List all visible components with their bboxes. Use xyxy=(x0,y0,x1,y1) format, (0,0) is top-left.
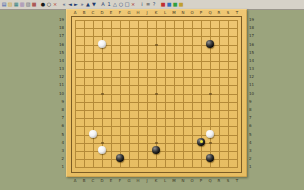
tool-green-icon[interactable]: ■ xyxy=(173,0,178,8)
row-label-left: 14 xyxy=(54,59,64,63)
column-label-bottom: K xyxy=(153,179,159,183)
column-label-top: Q xyxy=(207,11,213,15)
black-stone-Q2[interactable] xyxy=(206,154,214,162)
column-label-bottom: M xyxy=(171,179,177,183)
go-board[interactable] xyxy=(66,9,247,177)
column-label-bottom: T xyxy=(234,179,240,183)
row-label-left: 7 xyxy=(54,116,64,120)
grid-line-vertical xyxy=(165,20,166,168)
first-move-icon[interactable]: « xyxy=(62,0,67,8)
star-point xyxy=(155,44,157,46)
grid-line-horizontal xyxy=(75,126,238,127)
row-label-left: 17 xyxy=(54,34,64,38)
up-variation-icon[interactable]: ▲ xyxy=(86,0,91,8)
star-point xyxy=(155,93,157,95)
column-label-bottom: O xyxy=(189,179,195,183)
column-label-bottom: Q xyxy=(207,179,213,183)
row-label-left: 3 xyxy=(54,149,64,153)
column-label-top: S xyxy=(225,11,231,15)
star-point xyxy=(209,93,211,95)
white-stone-Q5[interactable] xyxy=(206,130,214,138)
column-label-top: G xyxy=(126,11,132,15)
row-label-left: 10 xyxy=(54,92,64,96)
column-label-top: M xyxy=(171,11,177,15)
star-point xyxy=(101,93,103,95)
options-icon[interactable]: ≡ xyxy=(146,0,151,8)
grid-line-vertical xyxy=(228,20,229,168)
black-stone-F2[interactable] xyxy=(116,154,124,162)
row-label-right: 12 xyxy=(249,75,259,79)
print-icon[interactable]: ▧ xyxy=(26,0,31,8)
column-label-bottom: D xyxy=(99,179,105,183)
column-label-top: A xyxy=(72,11,78,15)
go-editor-window: ▤▨▦▥▧▩●○×«◄►»▲▼A1△○□×i≡?■■■■ AABBCCDDEEF… xyxy=(0,0,304,190)
column-label-top: F xyxy=(117,11,123,15)
row-label-right: 19 xyxy=(249,18,259,22)
column-label-bottom: E xyxy=(108,179,114,183)
last-move-marker xyxy=(200,140,203,143)
mark-letter-icon[interactable]: A xyxy=(101,0,106,8)
row-label-left: 11 xyxy=(54,83,64,87)
row-label-right: 4 xyxy=(249,141,259,145)
last-move-icon[interactable]: » xyxy=(80,0,85,8)
row-label-left: 19 xyxy=(54,18,64,22)
row-label-right: 10 xyxy=(249,92,259,96)
grid-line-vertical xyxy=(174,20,175,168)
column-label-bottom: R xyxy=(216,179,222,183)
grid-line-vertical xyxy=(237,20,238,168)
black-stone-Q16[interactable] xyxy=(206,40,214,48)
column-label-top: B xyxy=(81,11,87,15)
column-label-bottom: N xyxy=(180,179,186,183)
row-label-right: 6 xyxy=(249,124,259,128)
column-label-top: C xyxy=(90,11,96,15)
column-label-bottom: J xyxy=(144,179,150,183)
remove-stone-icon[interactable]: × xyxy=(53,0,58,8)
mark-triangle-icon[interactable]: △ xyxy=(113,0,118,8)
down-variation-icon[interactable]: ▼ xyxy=(92,0,97,8)
grid-line-vertical xyxy=(192,20,193,168)
column-label-bottom: G xyxy=(126,179,132,183)
row-label-right: 8 xyxy=(249,108,259,112)
column-label-top: P xyxy=(198,11,204,15)
toolbar-group: ●○× xyxy=(40,0,58,10)
open-file-icon[interactable]: ▨ xyxy=(8,0,13,8)
row-label-right: 9 xyxy=(249,100,259,104)
white-stone-D16[interactable] xyxy=(98,40,106,48)
column-label-bottom: C xyxy=(90,179,96,183)
column-label-bottom: A xyxy=(72,179,78,183)
row-label-left: 4 xyxy=(54,141,64,145)
add-black-stone-icon[interactable]: ● xyxy=(41,0,46,8)
grid-line-vertical xyxy=(201,20,202,168)
delete-icon[interactable]: ▩ xyxy=(32,0,37,8)
column-label-top: E xyxy=(108,11,114,15)
column-label-top: D xyxy=(99,11,105,15)
column-label-bottom: P xyxy=(198,179,204,183)
grid-line-vertical xyxy=(219,20,220,168)
mark-number-icon[interactable]: 1 xyxy=(107,0,112,8)
row-label-left: 8 xyxy=(54,108,64,112)
help-icon[interactable]: ? xyxy=(152,0,157,8)
white-stone-C5[interactable] xyxy=(89,130,97,138)
mark-square-icon[interactable]: □ xyxy=(125,0,130,8)
row-label-left: 5 xyxy=(54,133,64,137)
column-label-bottom: H xyxy=(135,179,141,183)
row-label-left: 18 xyxy=(54,26,64,30)
row-label-left: 13 xyxy=(54,67,64,71)
grid-line-horizontal xyxy=(75,102,238,103)
copy-icon[interactable]: ▥ xyxy=(20,0,25,8)
row-label-right: 18 xyxy=(249,26,259,30)
tool-red-icon[interactable]: ■ xyxy=(161,0,166,8)
row-label-right: 5 xyxy=(249,133,259,137)
column-label-bottom: F xyxy=(117,179,123,183)
new-file-icon[interactable]: ▤ xyxy=(2,0,7,8)
grid-line-horizontal xyxy=(75,118,238,119)
grid-line-horizontal xyxy=(75,110,238,111)
row-label-right: 14 xyxy=(249,59,259,63)
column-label-top: N xyxy=(180,11,186,15)
add-white-stone-icon[interactable]: ○ xyxy=(47,0,52,8)
tool-yellow-icon[interactable]: ■ xyxy=(179,0,184,8)
column-label-top: J xyxy=(144,11,150,15)
row-label-right: 1 xyxy=(249,165,259,169)
column-label-top: O xyxy=(189,11,195,15)
tool-blue-icon[interactable]: ■ xyxy=(167,0,172,8)
column-label-top: T xyxy=(234,11,240,15)
row-label-right: 2 xyxy=(249,157,259,161)
white-stone-D3[interactable] xyxy=(98,146,106,154)
toolbar-group: ▤▨▦▥▧▩ xyxy=(1,0,37,10)
column-label-top: R xyxy=(216,11,222,15)
column-label-bottom: L xyxy=(162,179,168,183)
info-icon[interactable]: i xyxy=(140,0,145,8)
column-label-bottom: S xyxy=(225,179,231,183)
row-label-left: 15 xyxy=(54,51,64,55)
column-label-bottom: B xyxy=(81,179,87,183)
grid-line-vertical xyxy=(183,20,184,168)
column-label-top: H xyxy=(135,11,141,15)
black-stone-O4[interactable] xyxy=(197,138,205,146)
row-label-left: 9 xyxy=(54,100,64,104)
row-label-right: 15 xyxy=(249,51,259,55)
column-label-top: L xyxy=(162,11,168,15)
row-label-right: 7 xyxy=(249,116,259,120)
row-label-left: 16 xyxy=(54,43,64,47)
save-file-icon[interactable]: ▦ xyxy=(14,0,19,8)
row-label-right: 3 xyxy=(249,149,259,153)
row-label-right: 13 xyxy=(249,67,259,71)
grid-line-horizontal xyxy=(75,167,238,168)
mark-cross-icon[interactable]: × xyxy=(131,0,136,8)
row-label-left: 1 xyxy=(54,165,64,169)
row-label-right: 17 xyxy=(249,34,259,38)
mark-circle-icon[interactable]: ○ xyxy=(119,0,124,8)
row-label-right: 11 xyxy=(249,83,259,87)
column-label-top: K xyxy=(153,11,159,15)
prev-move-icon[interactable]: ◄ xyxy=(68,0,73,8)
next-move-icon[interactable]: ► xyxy=(74,0,79,8)
row-label-right: 16 xyxy=(249,43,259,47)
row-label-left: 2 xyxy=(54,157,64,161)
black-stone-K3[interactable] xyxy=(152,146,160,154)
row-label-left: 6 xyxy=(54,124,64,128)
row-label-left: 12 xyxy=(54,75,64,79)
